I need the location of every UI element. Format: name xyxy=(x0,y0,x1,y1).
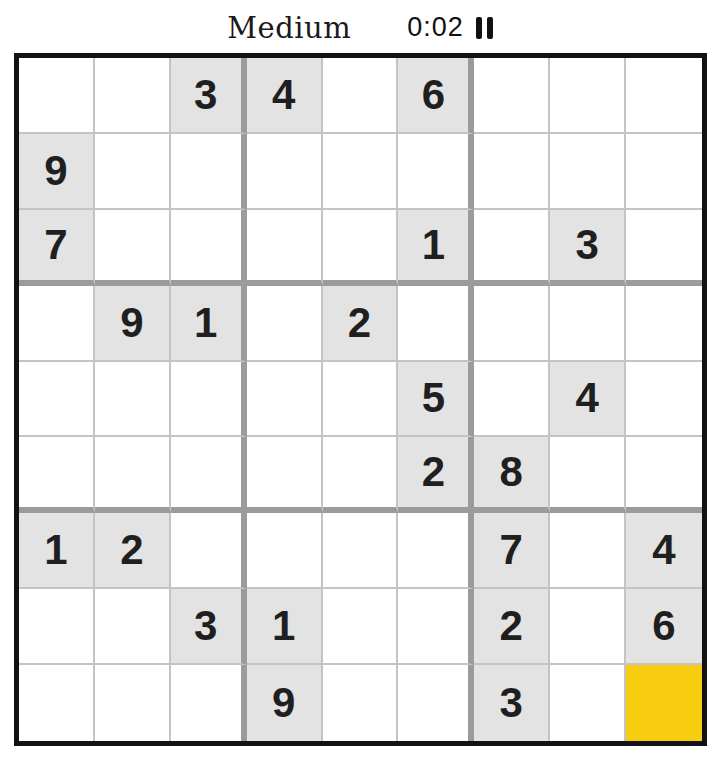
cell-r3c1[interactable]: 7 xyxy=(19,210,95,286)
cell-r5c2[interactable] xyxy=(95,362,171,438)
cell-r3c8[interactable]: 3 xyxy=(550,210,626,286)
cell-r4c6[interactable] xyxy=(398,286,474,362)
cell-r8c2[interactable] xyxy=(95,589,171,665)
cell-r6c8[interactable] xyxy=(550,437,626,513)
cell-r3c5[interactable] xyxy=(323,210,399,286)
cell-r9c2[interactable] xyxy=(95,665,171,741)
cell-r4c5[interactable]: 2 xyxy=(323,286,399,362)
cell-r3c2[interactable] xyxy=(95,210,171,286)
cell-r9c5[interactable] xyxy=(323,665,399,741)
cell-r2c8[interactable] xyxy=(550,134,626,210)
cell-r5c8[interactable]: 4 xyxy=(550,362,626,438)
cell-r7c9[interactable]: 4 xyxy=(626,513,702,589)
cell-r4c8[interactable] xyxy=(550,286,626,362)
cell-r8c8[interactable] xyxy=(550,589,626,665)
cell-r3c4[interactable] xyxy=(247,210,323,286)
cell-r7c8[interactable] xyxy=(550,513,626,589)
cell-r7c2[interactable]: 2 xyxy=(95,513,171,589)
timer-group: 0:02 xyxy=(407,12,493,43)
sudoku-board: 346971391254281274312693 xyxy=(14,53,707,746)
cell-r8c3[interactable]: 3 xyxy=(171,589,247,665)
cell-r7c3[interactable] xyxy=(171,513,247,589)
cell-r9c9[interactable] xyxy=(626,665,702,741)
cell-r2c1[interactable]: 9 xyxy=(19,134,95,210)
cell-r4c9[interactable] xyxy=(626,286,702,362)
cell-r7c1[interactable]: 1 xyxy=(19,513,95,589)
cell-r5c7[interactable] xyxy=(474,362,550,438)
cell-r4c4[interactable] xyxy=(247,286,323,362)
cell-r4c1[interactable] xyxy=(19,286,95,362)
timer: 0:02 xyxy=(407,12,464,43)
cell-r6c9[interactable] xyxy=(626,437,702,513)
cell-r9c1[interactable] xyxy=(19,665,95,741)
cell-r6c5[interactable] xyxy=(323,437,399,513)
cell-r8c7[interactable]: 2 xyxy=(474,589,550,665)
cell-r6c4[interactable] xyxy=(247,437,323,513)
cell-r1c9[interactable] xyxy=(626,58,702,134)
cell-r6c6[interactable]: 2 xyxy=(398,437,474,513)
cell-r2c4[interactable] xyxy=(247,134,323,210)
cell-r3c9[interactable] xyxy=(626,210,702,286)
cell-r2c7[interactable] xyxy=(474,134,550,210)
cell-r7c4[interactable] xyxy=(247,513,323,589)
cell-r1c2[interactable] xyxy=(95,58,171,134)
cell-r5c3[interactable] xyxy=(171,362,247,438)
cell-r1c4[interactable]: 4 xyxy=(247,58,323,134)
cell-r9c7[interactable]: 3 xyxy=(474,665,550,741)
cell-r2c9[interactable] xyxy=(626,134,702,210)
cell-r3c7[interactable] xyxy=(474,210,550,286)
cell-r1c1[interactable] xyxy=(19,58,95,134)
cell-r6c7[interactable]: 8 xyxy=(474,437,550,513)
cell-r6c2[interactable] xyxy=(95,437,171,513)
cell-r7c5[interactable] xyxy=(323,513,399,589)
pause-icon xyxy=(476,17,482,39)
cell-r3c6[interactable]: 1 xyxy=(398,210,474,286)
cell-r2c2[interactable] xyxy=(95,134,171,210)
cell-r4c7[interactable] xyxy=(474,286,550,362)
page-root: Medium 0:02 346971391254281274312693 xyxy=(0,0,720,746)
pause-button[interactable] xyxy=(476,16,493,40)
cell-r9c8[interactable] xyxy=(550,665,626,741)
cell-r1c6[interactable]: 6 xyxy=(398,58,474,134)
cell-r3c3[interactable] xyxy=(171,210,247,286)
difficulty-label: Medium xyxy=(227,11,351,45)
cell-r8c9[interactable]: 6 xyxy=(626,589,702,665)
cell-r5c5[interactable] xyxy=(323,362,399,438)
cell-r1c5[interactable] xyxy=(323,58,399,134)
cell-r9c6[interactable] xyxy=(398,665,474,741)
cell-r5c6[interactable]: 5 xyxy=(398,362,474,438)
cell-r6c1[interactable] xyxy=(19,437,95,513)
cell-r2c3[interactable] xyxy=(171,134,247,210)
cell-r1c3[interactable]: 3 xyxy=(171,58,247,134)
cell-r9c3[interactable] xyxy=(171,665,247,741)
cell-r7c7[interactable]: 7 xyxy=(474,513,550,589)
cell-r2c6[interactable] xyxy=(398,134,474,210)
cell-r2c5[interactable] xyxy=(323,134,399,210)
cell-r4c2[interactable]: 9 xyxy=(95,286,171,362)
cell-r9c4[interactable]: 9 xyxy=(247,665,323,741)
cell-r4c3[interactable]: 1 xyxy=(171,286,247,362)
cell-r5c9[interactable] xyxy=(626,362,702,438)
cell-r8c6[interactable] xyxy=(398,589,474,665)
cell-r6c3[interactable] xyxy=(171,437,247,513)
cell-r8c1[interactable] xyxy=(19,589,95,665)
cell-r5c4[interactable] xyxy=(247,362,323,438)
cell-r5c1[interactable] xyxy=(19,362,95,438)
cell-r8c4[interactable]: 1 xyxy=(247,589,323,665)
cell-r1c7[interactable] xyxy=(474,58,550,134)
game-header: Medium 0:02 xyxy=(0,0,720,53)
pause-icon xyxy=(487,17,493,39)
cell-r8c5[interactable] xyxy=(323,589,399,665)
cell-r1c8[interactable] xyxy=(550,58,626,134)
cell-r7c6[interactable] xyxy=(398,513,474,589)
